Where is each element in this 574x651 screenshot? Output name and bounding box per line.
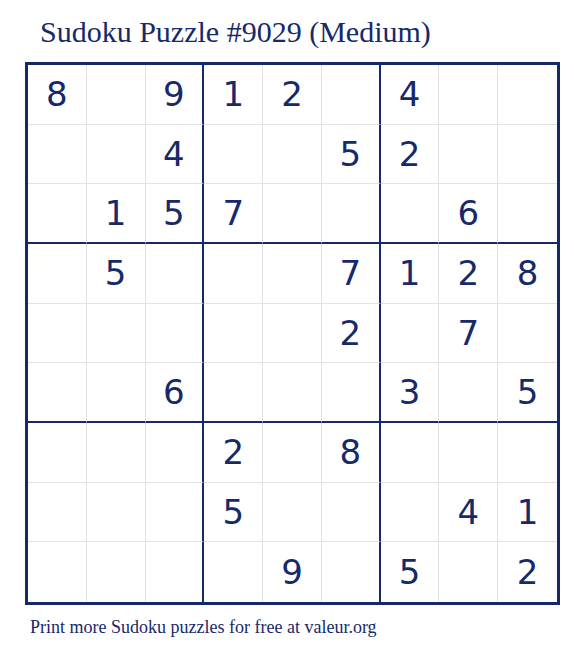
cell-r6c3: 6 (146, 363, 205, 423)
cell-r5c7 (381, 304, 440, 364)
cell-r4c7: 1 (381, 244, 440, 304)
cell-r9c2 (87, 542, 146, 602)
cell-r7c9 (498, 423, 557, 483)
footer-text: Print more Sudoku puzzles for free at va… (30, 616, 377, 638)
cell-r1c8 (439, 65, 498, 125)
cell-r8c6 (322, 483, 381, 543)
cell-r7c3 (146, 423, 205, 483)
cell-r4c6: 7 (322, 244, 381, 304)
cell-r4c8: 2 (439, 244, 498, 304)
cell-r1c1: 8 (28, 65, 87, 125)
cell-r3c1 (28, 184, 87, 244)
cell-r9c4 (204, 542, 263, 602)
cell-r8c8: 4 (439, 483, 498, 543)
cell-r5c9 (498, 304, 557, 364)
cell-r4c2: 5 (87, 244, 146, 304)
cell-r5c5 (263, 304, 322, 364)
cell-r4c4 (204, 244, 263, 304)
cell-r4c9: 8 (498, 244, 557, 304)
cell-r7c6: 8 (322, 423, 381, 483)
cell-r8c1 (28, 483, 87, 543)
cell-r2c3: 4 (146, 125, 205, 185)
cell-r2c9 (498, 125, 557, 185)
cell-r5c3 (146, 304, 205, 364)
cell-r6c6 (322, 363, 381, 423)
cell-r3c7 (381, 184, 440, 244)
cell-r4c5 (263, 244, 322, 304)
cell-r7c7 (381, 423, 440, 483)
cell-r8c2 (87, 483, 146, 543)
cell-r7c5 (263, 423, 322, 483)
cell-r2c5 (263, 125, 322, 185)
cell-r5c2 (87, 304, 146, 364)
cell-r6c4 (204, 363, 263, 423)
cell-r7c4: 2 (204, 423, 263, 483)
cell-r9c7: 5 (381, 542, 440, 602)
cell-r5c8: 7 (439, 304, 498, 364)
cell-r7c8 (439, 423, 498, 483)
cell-r9c6 (322, 542, 381, 602)
cell-r5c1 (28, 304, 87, 364)
cell-r7c1 (28, 423, 87, 483)
cell-r3c3: 5 (146, 184, 205, 244)
cell-r6c1 (28, 363, 87, 423)
cell-r6c2 (87, 363, 146, 423)
cell-r3c5 (263, 184, 322, 244)
cell-r7c2 (87, 423, 146, 483)
sudoku-grid: 891244521576571282763528541952 (25, 62, 560, 605)
cell-r2c1 (28, 125, 87, 185)
cell-r1c4: 1 (204, 65, 263, 125)
cell-r1c7: 4 (381, 65, 440, 125)
cell-r5c4 (204, 304, 263, 364)
cell-r2c7: 2 (381, 125, 440, 185)
cell-r1c3: 9 (146, 65, 205, 125)
page-title: Sudoku Puzzle #9029 (Medium) (40, 14, 431, 50)
cell-r9c3 (146, 542, 205, 602)
sudoku-page: Sudoku Puzzle #9029 (Medium) 89124452157… (0, 0, 574, 651)
cell-r8c9: 1 (498, 483, 557, 543)
cell-r3c6 (322, 184, 381, 244)
cell-r9c9: 2 (498, 542, 557, 602)
cell-r4c3 (146, 244, 205, 304)
cell-r3c4: 7 (204, 184, 263, 244)
cell-r8c7 (381, 483, 440, 543)
cell-r6c9: 5 (498, 363, 557, 423)
cell-r3c8: 6 (439, 184, 498, 244)
cell-r4c1 (28, 244, 87, 304)
cell-r2c2 (87, 125, 146, 185)
cell-r8c4: 5 (204, 483, 263, 543)
cell-r8c5 (263, 483, 322, 543)
cell-r5c6: 2 (322, 304, 381, 364)
cell-r6c7: 3 (381, 363, 440, 423)
cell-r2c4 (204, 125, 263, 185)
cell-r3c9 (498, 184, 557, 244)
cell-r1c2 (87, 65, 146, 125)
cell-r6c5 (263, 363, 322, 423)
cell-r1c5: 2 (263, 65, 322, 125)
cell-r2c8 (439, 125, 498, 185)
cell-r1c9 (498, 65, 557, 125)
cell-r9c5: 9 (263, 542, 322, 602)
cell-r9c1 (28, 542, 87, 602)
cell-r2c6: 5 (322, 125, 381, 185)
cell-r6c8 (439, 363, 498, 423)
cell-r8c3 (146, 483, 205, 543)
cell-r3c2: 1 (87, 184, 146, 244)
cell-r9c8 (439, 542, 498, 602)
cell-r1c6 (322, 65, 381, 125)
